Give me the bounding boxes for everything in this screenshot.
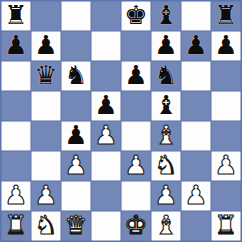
- square-d8[interactable]: [91, 1, 121, 31]
- square-c8[interactable]: [61, 1, 91, 31]
- white-pawn-icon[interactable]: ♟: [184, 181, 207, 210]
- black-queen-icon[interactable]: ♛: [34, 61, 57, 90]
- square-a8[interactable]: ♜: [1, 1, 31, 31]
- square-f1[interactable]: ♝: [151, 211, 181, 241]
- square-e4[interactable]: [121, 121, 151, 151]
- square-d4[interactable]: ♟: [91, 121, 121, 151]
- square-e2[interactable]: [121, 181, 151, 211]
- white-knight-icon[interactable]: ♞: [34, 211, 57, 240]
- square-f8[interactable]: ♝: [151, 1, 181, 31]
- black-pawn-icon[interactable]: ♟: [34, 31, 57, 60]
- square-e5[interactable]: [121, 91, 151, 121]
- square-c1[interactable]: ♛: [61, 211, 91, 241]
- square-c5[interactable]: [61, 91, 91, 121]
- square-g4[interactable]: [181, 121, 211, 151]
- square-h4[interactable]: [211, 121, 241, 151]
- square-d2[interactable]: [91, 181, 121, 211]
- square-b6[interactable]: ♛: [31, 61, 61, 91]
- white-bishop-icon[interactable]: ♝: [154, 211, 177, 240]
- black-rook-icon[interactable]: ♜: [4, 1, 27, 30]
- black-pawn-icon[interactable]: ♟: [64, 121, 87, 150]
- black-pawn-icon[interactable]: ♟: [154, 31, 177, 60]
- white-knight-icon[interactable]: ♞: [154, 151, 177, 180]
- square-f5[interactable]: ♝: [151, 91, 181, 121]
- white-rook-icon[interactable]: ♜: [4, 211, 27, 240]
- square-e7[interactable]: [121, 31, 151, 61]
- square-g5[interactable]: [181, 91, 211, 121]
- black-rook-icon[interactable]: ♜: [214, 1, 237, 30]
- square-a1[interactable]: ♜: [1, 211, 31, 241]
- square-h5[interactable]: [211, 91, 241, 121]
- square-a7[interactable]: ♟: [1, 31, 31, 61]
- white-rook-icon[interactable]: ♜: [214, 211, 237, 240]
- square-c4[interactable]: ♟: [61, 121, 91, 151]
- square-h8[interactable]: ♜: [211, 1, 241, 31]
- white-pawn-icon[interactable]: ♟: [4, 181, 27, 210]
- black-pawn-icon[interactable]: ♟: [214, 31, 237, 60]
- square-h3[interactable]: ♟: [211, 151, 241, 181]
- square-f3[interactable]: ♞: [151, 151, 181, 181]
- square-d1[interactable]: [91, 211, 121, 241]
- square-e6[interactable]: ♟: [121, 61, 151, 91]
- white-pawn-icon[interactable]: ♟: [214, 151, 237, 180]
- square-b5[interactable]: [31, 91, 61, 121]
- square-a5[interactable]: [1, 91, 31, 121]
- square-b4[interactable]: [31, 121, 61, 151]
- black-knight-icon[interactable]: ♞: [64, 61, 87, 90]
- black-pawn-icon[interactable]: ♟: [124, 61, 147, 90]
- square-a2[interactable]: ♟: [1, 181, 31, 211]
- square-g8[interactable]: [181, 1, 211, 31]
- square-e1[interactable]: ♚: [121, 211, 151, 241]
- square-e3[interactable]: ♟: [121, 151, 151, 181]
- square-c3[interactable]: ♟: [61, 151, 91, 181]
- white-queen-icon[interactable]: ♛: [64, 211, 87, 240]
- square-h1[interactable]: ♜: [211, 211, 241, 241]
- square-c2[interactable]: [61, 181, 91, 211]
- square-f6[interactable]: ♞: [151, 61, 181, 91]
- square-b2[interactable]: ♟: [31, 181, 61, 211]
- chess-board: ♜♚♝♜♟♟♟♟♟♛♞♟♞♟♝♟♟♝♟♟♞♟♟♟♟♟♜♞♛♚♝♜: [0, 0, 242, 242]
- square-f7[interactable]: ♟: [151, 31, 181, 61]
- square-h6[interactable]: [211, 61, 241, 91]
- white-pawn-icon[interactable]: ♟: [154, 181, 177, 210]
- square-d6[interactable]: [91, 61, 121, 91]
- white-bishop-icon[interactable]: ♝: [154, 121, 177, 150]
- black-pawn-icon[interactable]: ♟: [4, 31, 27, 60]
- square-g6[interactable]: [181, 61, 211, 91]
- square-g1[interactable]: [181, 211, 211, 241]
- white-king-icon[interactable]: ♚: [124, 211, 147, 240]
- square-d3[interactable]: [91, 151, 121, 181]
- square-b3[interactable]: [31, 151, 61, 181]
- square-f2[interactable]: ♟: [151, 181, 181, 211]
- square-d5[interactable]: ♟: [91, 91, 121, 121]
- square-d7[interactable]: [91, 31, 121, 61]
- square-b7[interactable]: ♟: [31, 31, 61, 61]
- white-pawn-icon[interactable]: ♟: [124, 151, 147, 180]
- black-knight-icon[interactable]: ♞: [154, 61, 177, 90]
- square-a4[interactable]: [1, 121, 31, 151]
- white-pawn-icon[interactable]: ♟: [34, 181, 57, 210]
- square-b8[interactable]: [31, 1, 61, 31]
- square-e8[interactable]: ♚: [121, 1, 151, 31]
- square-g2[interactable]: ♟: [181, 181, 211, 211]
- square-b1[interactable]: ♞: [31, 211, 61, 241]
- square-a6[interactable]: [1, 61, 31, 91]
- square-a3[interactable]: [1, 151, 31, 181]
- white-pawn-icon[interactable]: ♟: [94, 121, 117, 150]
- white-pawn-icon[interactable]: ♟: [64, 151, 87, 180]
- black-pawn-icon[interactable]: ♟: [94, 91, 117, 120]
- square-g3[interactable]: [181, 151, 211, 181]
- square-c6[interactable]: ♞: [61, 61, 91, 91]
- black-pawn-icon[interactable]: ♟: [184, 31, 207, 60]
- square-c7[interactable]: [61, 31, 91, 61]
- square-f4[interactable]: ♝: [151, 121, 181, 151]
- square-h7[interactable]: ♟: [211, 31, 241, 61]
- black-bishop-icon[interactable]: ♝: [154, 1, 177, 30]
- black-bishop-icon[interactable]: ♝: [154, 91, 177, 120]
- square-g7[interactable]: ♟: [181, 31, 211, 61]
- black-king-icon[interactable]: ♚: [124, 1, 147, 30]
- square-h2[interactable]: [211, 181, 241, 211]
